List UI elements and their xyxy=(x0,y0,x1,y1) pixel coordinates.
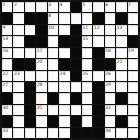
crossword-cell[interactable] xyxy=(71,13,81,23)
clue-number: 11 xyxy=(82,25,88,30)
blocked-cell xyxy=(48,116,58,126)
crossword-cell[interactable]: 28 xyxy=(36,82,46,92)
crossword-cell[interactable]: 5 xyxy=(82,2,92,12)
clue-number: 17 xyxy=(37,48,43,53)
crossword-cell[interactable] xyxy=(25,128,35,138)
clue-number: 5 xyxy=(82,2,85,7)
crossword-cell[interactable] xyxy=(13,128,23,138)
blocked-cell xyxy=(36,13,46,23)
clue-number: 26 xyxy=(105,71,111,76)
crossword-cell[interactable] xyxy=(13,82,23,92)
crossword-cell[interactable] xyxy=(13,93,23,103)
clue-number: 6 xyxy=(105,2,108,7)
crossword-cell[interactable]: 18 xyxy=(105,48,115,58)
crossword-cell[interactable]: 26 xyxy=(105,71,115,81)
blocked-cell xyxy=(25,13,35,23)
crossword-cell[interactable]: 4 xyxy=(59,2,69,12)
clue-number: 1 xyxy=(3,2,6,7)
crossword-cell[interactable] xyxy=(13,25,23,35)
blocked-cell xyxy=(116,13,126,23)
crossword-cell[interactable] xyxy=(25,2,35,12)
crossword-cell[interactable] xyxy=(59,105,69,115)
clue-number: 21 xyxy=(117,59,123,64)
blocked-cell xyxy=(2,13,12,23)
blocked-cell xyxy=(13,59,23,69)
blocked-cell xyxy=(93,128,103,138)
crossword-cell[interactable] xyxy=(116,48,126,58)
crossword-cell[interactable] xyxy=(36,2,46,12)
blocked-cell xyxy=(93,82,103,92)
clue-number: 31 xyxy=(37,105,43,110)
clue-number: 8 xyxy=(48,13,51,18)
crossword-cell[interactable]: 21 xyxy=(116,59,126,69)
crossword-cell[interactable] xyxy=(48,105,58,115)
blocked-cell xyxy=(93,93,103,103)
crossword-cell[interactable]: 19 xyxy=(128,48,138,58)
crossword-cell[interactable]: 3 xyxy=(48,2,58,12)
crossword-cell[interactable] xyxy=(128,13,138,23)
clue-number: 7 xyxy=(128,2,131,7)
blocked-cell xyxy=(93,48,103,58)
crossword-cell[interactable] xyxy=(48,59,58,69)
blocked-cell xyxy=(59,59,69,69)
crossword-cell[interactable] xyxy=(13,116,23,126)
crossword-cell[interactable] xyxy=(116,2,126,12)
crossword-cell[interactable] xyxy=(128,116,138,126)
crossword-cell[interactable] xyxy=(116,128,126,138)
blocked-cell xyxy=(71,93,81,103)
crossword-cell[interactable] xyxy=(59,48,69,58)
crossword-cell[interactable] xyxy=(105,116,115,126)
clue-number: 32 xyxy=(105,105,111,110)
crossword-cell[interactable]: 27 xyxy=(2,82,12,92)
blocked-cell xyxy=(116,93,126,103)
crossword-cell[interactable] xyxy=(128,128,138,138)
crossword-cell[interactable]: 12 xyxy=(93,25,103,35)
crossword-cell[interactable]: 6 xyxy=(105,2,115,12)
crossword-cell[interactable] xyxy=(59,82,69,92)
clue-number: 13 xyxy=(117,25,123,30)
crossword-cell[interactable]: 9 xyxy=(2,25,12,35)
crossword-cell[interactable] xyxy=(116,36,126,46)
crossword-cell[interactable] xyxy=(36,71,46,81)
blocked-cell xyxy=(71,128,81,138)
crossword-cell[interactable]: 29 xyxy=(105,82,115,92)
crossword-cell[interactable] xyxy=(105,36,115,46)
blocked-cell xyxy=(25,93,35,103)
crossword-cell[interactable] xyxy=(36,128,46,138)
clue-number: 10 xyxy=(48,25,54,30)
crossword-cell[interactable] xyxy=(116,105,126,115)
crossword-cell[interactable]: 13 xyxy=(116,25,126,35)
blocked-cell xyxy=(36,36,46,46)
crossword-cell[interactable] xyxy=(82,13,92,23)
crossword-cell[interactable] xyxy=(116,82,126,92)
crossword-cell[interactable] xyxy=(82,59,92,69)
crossword-cell[interactable] xyxy=(59,128,69,138)
blocked-cell xyxy=(93,116,103,126)
crossword-cell[interactable] xyxy=(105,93,115,103)
blocked-cell xyxy=(2,116,12,126)
crossword-cell[interactable]: 22 xyxy=(2,71,12,81)
blocked-cell xyxy=(71,2,81,12)
crossword-cell[interactable]: 17 xyxy=(36,48,46,58)
crossword-cell[interactable] xyxy=(116,71,126,81)
crossword-cell[interactable] xyxy=(59,25,69,35)
crossword-cell[interactable] xyxy=(13,36,23,46)
crossword-cell[interactable] xyxy=(36,116,46,126)
crossword-cell[interactable]: 25 xyxy=(82,71,92,81)
crossword-cell[interactable] xyxy=(82,105,92,115)
crossword-cell[interactable]: 15 xyxy=(82,36,92,46)
clue-number: 23 xyxy=(14,71,20,76)
crossword-cell[interactable]: 32 xyxy=(105,105,115,115)
clue-number: 4 xyxy=(60,2,63,7)
clue-number: 19 xyxy=(128,48,134,53)
clue-number: 34 xyxy=(105,128,111,133)
blocked-cell xyxy=(71,25,81,35)
crossword-cell[interactable] xyxy=(25,25,35,35)
crossword-cell[interactable] xyxy=(59,13,69,23)
crossword-cell[interactable]: 10 xyxy=(48,25,58,35)
blocked-cell xyxy=(48,93,58,103)
blocked-cell xyxy=(25,82,35,92)
crossword-cell[interactable] xyxy=(128,105,138,115)
crossword-cell[interactable] xyxy=(25,71,35,81)
clue-number: 22 xyxy=(3,71,9,76)
crossword-cell[interactable] xyxy=(13,105,23,115)
blocked-cell xyxy=(25,105,35,115)
crossword-cell[interactable] xyxy=(128,93,138,103)
clue-number: 29 xyxy=(105,82,111,87)
blocked-cell xyxy=(59,36,69,46)
clue-number: 30 xyxy=(3,105,9,110)
crossword-cell[interactable] xyxy=(93,71,103,81)
crossword-cell[interactable] xyxy=(105,25,115,35)
blocked-cell xyxy=(93,59,103,69)
crossword-cell[interactable] xyxy=(36,93,46,103)
crossword-cell[interactable]: 7 xyxy=(128,2,138,12)
clue-number: 14 xyxy=(3,36,9,41)
crossword-cell[interactable] xyxy=(93,2,103,12)
crossword-cell[interactable] xyxy=(48,128,58,138)
clue-number: 15 xyxy=(82,36,88,41)
blocked-cell xyxy=(71,36,81,46)
crossword-cell[interactable]: 30 xyxy=(2,105,12,115)
crossword-cell[interactable] xyxy=(128,25,138,35)
clue-number: 20 xyxy=(37,59,43,64)
crossword-cell[interactable] xyxy=(48,82,58,92)
blocked-cell xyxy=(82,128,92,138)
crossword-cell[interactable] xyxy=(82,48,92,58)
crossword-cell[interactable] xyxy=(128,71,138,81)
crossword-cell[interactable] xyxy=(48,71,58,81)
crossword-cell[interactable] xyxy=(25,48,35,58)
blocked-cell xyxy=(116,116,126,126)
blocked-cell xyxy=(25,59,35,69)
crossword-cell[interactable] xyxy=(82,116,92,126)
crossword-cell[interactable] xyxy=(13,48,23,58)
clue-number: 28 xyxy=(37,82,43,87)
crossword-cell[interactable]: 14 xyxy=(2,36,12,46)
clue-number: 9 xyxy=(3,25,6,30)
crossword-cell[interactable]: 20 xyxy=(36,59,46,69)
blocked-cell xyxy=(71,116,81,126)
clue-number: 16 xyxy=(3,48,9,53)
blocked-cell xyxy=(2,93,12,103)
blocked-cell xyxy=(105,59,115,69)
clue-number: 25 xyxy=(82,71,88,76)
crossword-cell[interactable]: 11 xyxy=(82,25,92,35)
blocked-cell xyxy=(36,25,46,35)
clue-number: 18 xyxy=(105,48,111,53)
crossword-cell[interactable]: 31 xyxy=(36,105,46,115)
clue-number: 27 xyxy=(3,82,9,87)
clue-number: 33 xyxy=(3,128,9,133)
crossword-cell[interactable] xyxy=(128,59,138,69)
crossword-grid: 1234567891011121314151617181920212223242… xyxy=(0,0,140,140)
crossword-cell[interactable]: 33 xyxy=(2,128,12,138)
blocked-cell xyxy=(25,36,35,46)
crossword-cell[interactable]: 8 xyxy=(48,13,58,23)
crossword-cell[interactable] xyxy=(71,82,81,92)
blocked-cell xyxy=(93,13,103,23)
crossword-cell[interactable] xyxy=(71,105,81,115)
crossword-cell[interactable] xyxy=(105,13,115,23)
crossword-cell[interactable]: 23 xyxy=(13,71,23,81)
blocked-cell xyxy=(71,48,81,58)
blocked-cell xyxy=(128,36,138,46)
crossword-cell[interactable] xyxy=(13,13,23,23)
crossword-cell[interactable]: 1 xyxy=(2,2,12,12)
blocked-cell xyxy=(93,105,103,115)
crossword-cell[interactable] xyxy=(128,82,138,92)
crossword-cell[interactable] xyxy=(59,93,69,103)
crossword-cell[interactable]: 34 xyxy=(105,128,115,138)
crossword-cell[interactable] xyxy=(2,59,12,69)
blocked-cell xyxy=(71,59,81,69)
crossword-cell[interactable] xyxy=(59,116,69,126)
clue-number: 24 xyxy=(60,71,66,76)
clue-number: 12 xyxy=(94,25,100,30)
crossword-cell[interactable]: 16 xyxy=(2,48,12,58)
blocked-cell xyxy=(71,71,81,81)
blocked-cell xyxy=(25,116,35,126)
clue-number: 3 xyxy=(48,2,51,7)
crossword-cell[interactable] xyxy=(48,36,58,46)
crossword-cell[interactable]: 2 xyxy=(13,2,23,12)
clue-number: 2 xyxy=(14,2,17,7)
crossword-cell[interactable] xyxy=(48,48,58,58)
crossword-cell[interactable] xyxy=(93,36,103,46)
crossword-cell[interactable] xyxy=(82,82,92,92)
crossword-cell[interactable]: 24 xyxy=(59,71,69,81)
crossword-cell[interactable] xyxy=(82,93,92,103)
